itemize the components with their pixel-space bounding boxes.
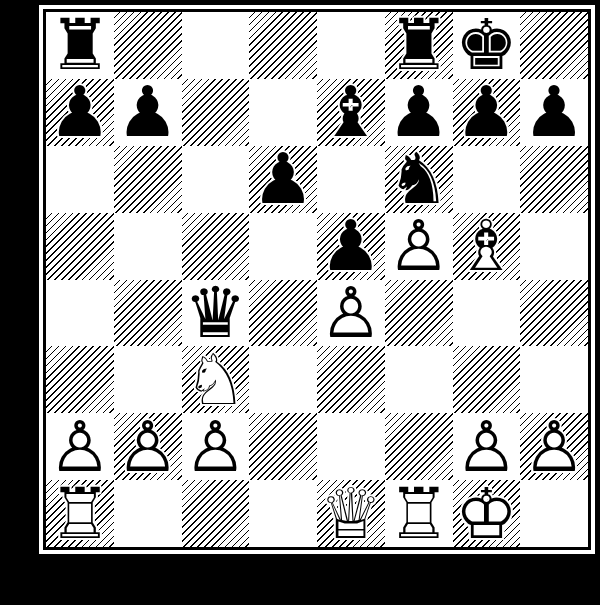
square-e3[interactable] [317, 346, 385, 413]
piece-halo: ♞ [182, 346, 250, 413]
square-e2[interactable] [317, 413, 385, 480]
square-f5[interactable]: ♟♙ [385, 213, 453, 280]
piece-halo: ♟ [453, 79, 521, 146]
square-e6[interactable] [317, 146, 385, 213]
piece-white-rook[interactable]: ♖ [46, 480, 114, 547]
square-a5[interactable] [46, 213, 114, 280]
piece-black-pawn[interactable]: ♟ [46, 79, 114, 146]
piece-black-pawn[interactable]: ♟ [385, 79, 453, 146]
square-b2[interactable]: ♟♙ [114, 413, 182, 480]
piece-halo: ♟ [114, 413, 182, 480]
piece-black-pawn[interactable]: ♟ [453, 79, 521, 146]
piece-black-rook[interactable]: ♜ [385, 12, 453, 79]
square-h7[interactable]: ♟♟ [520, 79, 588, 146]
piece-halo: ♟ [46, 413, 114, 480]
square-c1[interactable] [182, 480, 250, 547]
square-e4[interactable]: ♟♙ [317, 280, 385, 347]
square-f8[interactable]: ♜♜ [385, 12, 453, 79]
square-e7[interactable]: ♝♝ [317, 79, 385, 146]
square-e1[interactable]: ♛♕ [317, 480, 385, 547]
piece-halo: ♞ [385, 146, 453, 213]
piece-white-pawn[interactable]: ♙ [385, 213, 453, 280]
square-g3[interactable] [453, 346, 521, 413]
piece-white-pawn[interactable]: ♙ [114, 413, 182, 480]
piece-halo: ♜ [46, 12, 114, 79]
square-a6[interactable] [46, 146, 114, 213]
piece-white-bishop[interactable]: ♗ [453, 213, 521, 280]
piece-halo: ♜ [385, 480, 453, 547]
square-h3[interactable] [520, 346, 588, 413]
square-d1[interactable] [249, 480, 317, 547]
piece-black-rook[interactable]: ♜ [46, 12, 114, 79]
square-b8[interactable] [114, 12, 182, 79]
square-f2[interactable] [385, 413, 453, 480]
square-a7[interactable]: ♟♟ [46, 79, 114, 146]
square-c7[interactable] [182, 79, 250, 146]
square-d4[interactable] [249, 280, 317, 347]
square-e8[interactable] [317, 12, 385, 79]
square-g6[interactable] [453, 146, 521, 213]
piece-halo: ♝ [317, 79, 385, 146]
page-background: ♜♜♜♜♚♚♟♟♟♟♝♝♟♟♟♟♟♟♟♟♞♞♟♟♟♙♝♗♛♛♟♙♞♘♟♙♟♙♟♙… [0, 0, 600, 605]
piece-white-pawn[interactable]: ♙ [182, 413, 250, 480]
piece-halo: ♟ [114, 79, 182, 146]
square-b3[interactable] [114, 346, 182, 413]
square-e5[interactable]: ♟♟ [317, 213, 385, 280]
piece-halo: ♟ [385, 79, 453, 146]
square-h1[interactable] [520, 480, 588, 547]
square-b1[interactable] [114, 480, 182, 547]
square-f6[interactable]: ♞♞ [385, 146, 453, 213]
piece-white-pawn[interactable]: ♙ [453, 413, 521, 480]
square-h2[interactable]: ♟♙ [520, 413, 588, 480]
square-d6[interactable]: ♟♟ [249, 146, 317, 213]
piece-halo: ♟ [520, 413, 588, 480]
piece-halo: ♚ [453, 12, 521, 79]
piece-halo: ♝ [453, 213, 521, 280]
piece-black-pawn[interactable]: ♟ [114, 79, 182, 146]
square-a8[interactable]: ♜♜ [46, 12, 114, 79]
square-b7[interactable]: ♟♟ [114, 79, 182, 146]
square-a2[interactable]: ♟♙ [46, 413, 114, 480]
square-f7[interactable]: ♟♟ [385, 79, 453, 146]
piece-white-queen[interactable]: ♕ [317, 480, 385, 547]
square-g7[interactable]: ♟♟ [453, 79, 521, 146]
square-d7[interactable] [249, 79, 317, 146]
piece-white-king[interactable]: ♔ [453, 480, 521, 547]
square-g4[interactable] [453, 280, 521, 347]
piece-halo: ♟ [249, 146, 317, 213]
square-h5[interactable] [520, 213, 588, 280]
piece-halo: ♚ [453, 480, 521, 547]
square-g2[interactable]: ♟♙ [453, 413, 521, 480]
square-f3[interactable] [385, 346, 453, 413]
square-b5[interactable] [114, 213, 182, 280]
piece-halo: ♟ [385, 213, 453, 280]
chess-board: ♜♜♜♜♚♚♟♟♟♟♝♝♟♟♟♟♟♟♟♟♞♞♟♟♟♙♝♗♛♛♟♙♞♘♟♙♟♙♟♙… [43, 9, 591, 550]
piece-halo: ♜ [46, 480, 114, 547]
piece-halo: ♛ [182, 280, 250, 347]
piece-halo: ♟ [182, 413, 250, 480]
square-d8[interactable] [249, 12, 317, 79]
square-a4[interactable] [46, 280, 114, 347]
piece-black-queen[interactable]: ♛ [182, 280, 250, 347]
piece-halo: ♟ [317, 280, 385, 347]
square-h8[interactable] [520, 12, 588, 79]
piece-halo: ♜ [385, 12, 453, 79]
square-f1[interactable]: ♜♖ [385, 480, 453, 547]
square-h4[interactable] [520, 280, 588, 347]
square-c3[interactable]: ♞♘ [182, 346, 250, 413]
square-c2[interactable]: ♟♙ [182, 413, 250, 480]
square-b6[interactable] [114, 146, 182, 213]
square-d5[interactable] [249, 213, 317, 280]
square-a1[interactable]: ♜♖ [46, 480, 114, 547]
square-g5[interactable]: ♝♗ [453, 213, 521, 280]
piece-black-king[interactable]: ♚ [453, 12, 521, 79]
square-c4[interactable]: ♛♛ [182, 280, 250, 347]
piece-white-pawn[interactable]: ♙ [46, 413, 114, 480]
piece-white-pawn[interactable]: ♙ [520, 413, 588, 480]
piece-halo: ♟ [520, 79, 588, 146]
piece-black-pawn[interactable]: ♟ [520, 79, 588, 146]
piece-white-pawn[interactable]: ♙ [317, 280, 385, 347]
square-a3[interactable] [46, 346, 114, 413]
board-frame: ♜♜♜♜♚♚♟♟♟♟♝♝♟♟♟♟♟♟♟♟♞♞♟♟♟♙♝♗♛♛♟♙♞♘♟♙♟♙♟♙… [39, 5, 595, 554]
piece-black-bishop[interactable]: ♝ [317, 79, 385, 146]
square-b4[interactable] [114, 280, 182, 347]
square-h6[interactable] [520, 146, 588, 213]
piece-black-pawn[interactable]: ♟ [317, 213, 385, 280]
piece-black-pawn[interactable]: ♟ [249, 146, 317, 213]
square-d3[interactable] [249, 346, 317, 413]
piece-halo: ♛ [317, 480, 385, 547]
piece-halo: ♟ [317, 213, 385, 280]
piece-halo: ♟ [46, 79, 114, 146]
piece-white-rook[interactable]: ♖ [385, 480, 453, 547]
square-c5[interactable] [182, 213, 250, 280]
square-g1[interactable]: ♚♔ [453, 480, 521, 547]
square-g8[interactable]: ♚♚ [453, 12, 521, 79]
square-f4[interactable] [385, 280, 453, 347]
square-d2[interactable] [249, 413, 317, 480]
square-c6[interactable] [182, 146, 250, 213]
piece-black-knight[interactable]: ♞ [385, 146, 453, 213]
piece-halo: ♟ [453, 413, 521, 480]
piece-white-knight[interactable]: ♘ [182, 346, 250, 413]
square-c8[interactable] [182, 12, 250, 79]
